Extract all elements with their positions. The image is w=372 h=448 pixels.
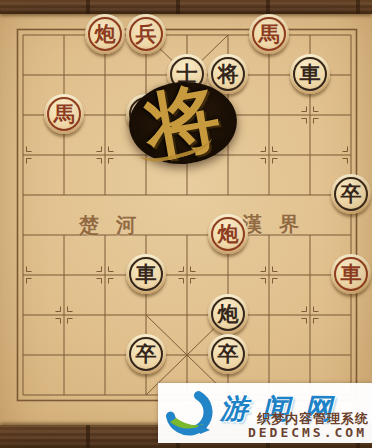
piece-character: 炮 (211, 217, 245, 251)
piece-character: 車 (293, 57, 327, 91)
xiangqi-app-screen: 楚河 漢界 炮兵馬士将車馬士卒炮車車炮卒卒 将 游闻网 织梦内容管理系统 DED… (0, 0, 372, 448)
piece-red-horse[interactable]: 馬 (44, 94, 84, 134)
piece-black-chariot[interactable]: 車 (290, 54, 330, 94)
piece-red-chariot[interactable]: 車 (331, 254, 371, 294)
wood-frame-top (0, 0, 372, 14)
piece-character: 車 (129, 257, 163, 291)
piece-character: 炮 (211, 297, 245, 331)
watermark-cms-domain: DEDECMS.COM (248, 425, 367, 440)
river-label-right: 漢界 (242, 211, 316, 238)
piece-red-horse[interactable]: 馬 (249, 14, 289, 54)
piece-character: 炮 (88, 17, 122, 51)
river-label-left: 楚河 (79, 212, 153, 239)
piece-black-soldier[interactable]: 卒 (208, 334, 248, 374)
piece-character: 将 (211, 57, 245, 91)
piece-character: 卒 (129, 337, 163, 371)
piece-black-chariot[interactable]: 車 (126, 254, 166, 294)
piece-black-cannon[interactable]: 炮 (208, 294, 248, 334)
piece-character: 馬 (47, 97, 81, 131)
watermark-swirl-icon (160, 384, 218, 442)
piece-black-soldier[interactable]: 卒 (331, 174, 371, 214)
piece-character: 馬 (252, 17, 286, 51)
piece-character: 兵 (129, 17, 163, 51)
piece-red-cannon[interactable]: 炮 (85, 14, 125, 54)
piece-black-soldier[interactable]: 卒 (126, 334, 166, 374)
piece-character: 車 (334, 257, 368, 291)
watermark-banner: 游闻网 织梦内容管理系统 DEDECMS.COM (158, 383, 372, 443)
piece-character: 卒 (334, 177, 368, 211)
piece-character: 卒 (211, 337, 245, 371)
piece-red-cannon[interactable]: 炮 (208, 214, 248, 254)
piece-red-soldier[interactable]: 兵 (126, 14, 166, 54)
